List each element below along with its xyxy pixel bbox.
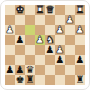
square-b4[interactable] — [65, 35, 75, 45]
square-g2[interactable] — [15, 15, 25, 25]
black-rook: ♜ — [76, 75, 85, 85]
square-g6[interactable] — [15, 55, 25, 65]
square-g8[interactable]: ♚ — [15, 75, 25, 85]
square-c3[interactable]: ♟ — [55, 25, 65, 35]
black-king: ♚ — [16, 75, 25, 85]
square-c5[interactable]: ♟ — [55, 45, 65, 55]
white-king: ♚ — [16, 5, 25, 15]
black-pawn: ♟ — [56, 55, 65, 65]
square-h7[interactable]: ♟ — [5, 65, 15, 75]
square-e4[interactable]: ♟ — [35, 35, 45, 45]
black-queen: ♛ — [26, 65, 35, 75]
diagram-frame: ♚♜♛♜♟♟♟♟♟♟♞♟♟♟♟♟♟♛♚♜♜ — [0, 0, 90, 90]
square-f3[interactable] — [25, 25, 35, 35]
black-pawn: ♟ — [16, 65, 25, 75]
square-a1[interactable]: ♜ — [75, 5, 85, 15]
square-f4[interactable] — [25, 35, 35, 45]
square-a5[interactable] — [75, 45, 85, 55]
chess-board: ♚♜♛♜♟♟♟♟♟♟♞♟♟♟♟♟♟♛♚♜♜ — [5, 5, 85, 85]
square-d1[interactable]: ♛ — [45, 5, 55, 15]
square-b8[interactable] — [65, 75, 75, 85]
white-pawn: ♟ — [66, 15, 75, 25]
white-queen: ♛ — [46, 5, 55, 15]
square-e5[interactable] — [35, 45, 45, 55]
square-h1[interactable] — [5, 5, 15, 15]
square-f1[interactable] — [25, 5, 35, 15]
square-d6[interactable] — [45, 55, 55, 65]
square-c4[interactable] — [55, 35, 65, 45]
square-b2[interactable]: ♟ — [65, 15, 75, 25]
square-b1[interactable] — [65, 5, 75, 15]
square-f8[interactable]: ♜ — [25, 75, 35, 85]
black-rook: ♜ — [26, 75, 35, 85]
square-e8[interactable] — [35, 75, 45, 85]
square-e2[interactable] — [35, 15, 45, 25]
square-g1[interactable]: ♚ — [15, 5, 25, 15]
square-d8[interactable] — [45, 75, 55, 85]
square-c7[interactable] — [55, 65, 65, 75]
white-pawn: ♟ — [6, 25, 15, 35]
white-rook: ♜ — [76, 5, 85, 15]
square-a8[interactable]: ♜ — [75, 75, 85, 85]
square-h5[interactable] — [5, 45, 15, 55]
square-g7[interactable]: ♟ — [15, 65, 25, 75]
square-d3[interactable] — [45, 25, 55, 35]
square-h8[interactable] — [5, 75, 15, 85]
square-e1[interactable]: ♜ — [35, 5, 45, 15]
square-a6[interactable]: ♟ — [75, 55, 85, 65]
black-pawn: ♟ — [76, 55, 85, 65]
square-b7[interactable] — [65, 65, 75, 75]
square-d4[interactable]: ♞ — [45, 35, 55, 45]
square-d7[interactable] — [45, 65, 55, 75]
square-d2[interactable] — [45, 15, 55, 25]
square-e6[interactable] — [35, 55, 45, 65]
square-e3[interactable] — [35, 25, 45, 35]
white-rook: ♜ — [36, 5, 45, 15]
square-b5[interactable] — [65, 45, 75, 55]
square-d5[interactable]: ♟ — [45, 45, 55, 55]
square-f7[interactable]: ♛ — [25, 65, 35, 75]
square-g4[interactable]: ♟ — [15, 35, 25, 45]
white-pawn: ♟ — [36, 35, 45, 45]
square-f5[interactable] — [25, 45, 35, 55]
square-a3[interactable]: ♟ — [75, 25, 85, 35]
square-b3[interactable] — [65, 25, 75, 35]
square-a4[interactable] — [75, 35, 85, 45]
square-f6[interactable] — [25, 55, 35, 65]
square-f2[interactable] — [25, 15, 35, 25]
square-c8[interactable] — [55, 75, 65, 85]
white-pawn: ♟ — [56, 25, 65, 35]
square-g3[interactable] — [15, 25, 25, 35]
black-pawn: ♟ — [6, 65, 15, 75]
square-h2[interactable] — [5, 15, 15, 25]
square-h4[interactable] — [5, 35, 15, 45]
square-h3[interactable]: ♟ — [5, 25, 15, 35]
square-a7[interactable] — [75, 65, 85, 75]
square-g5[interactable] — [15, 45, 25, 55]
square-b6[interactable] — [65, 55, 75, 65]
square-e7[interactable] — [35, 65, 45, 75]
square-c2[interactable] — [55, 15, 65, 25]
square-a2[interactable] — [75, 15, 85, 25]
white-pawn: ♟ — [76, 25, 85, 35]
white-knight: ♞ — [46, 35, 55, 45]
black-pawn: ♟ — [16, 35, 25, 45]
square-c1[interactable] — [55, 5, 65, 15]
square-c6[interactable]: ♟ — [55, 55, 65, 65]
black-pawn: ♟ — [46, 45, 55, 55]
square-h6[interactable] — [5, 55, 15, 65]
white-pawn: ♟ — [56, 45, 65, 55]
